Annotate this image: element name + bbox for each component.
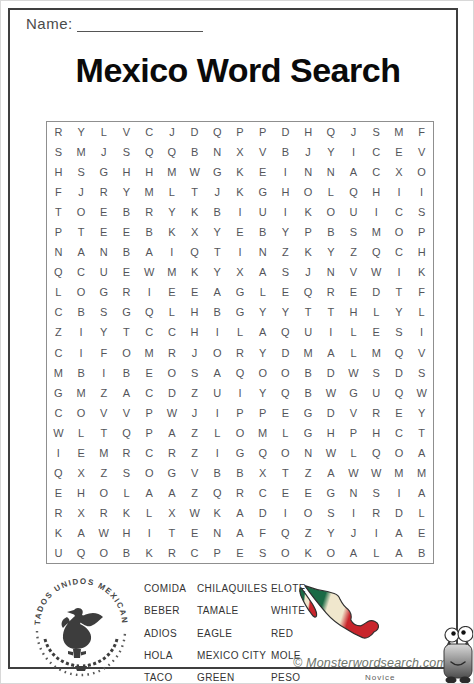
grid-cell[interactable]: V	[342, 262, 365, 282]
grid-cell[interactable]: M	[138, 342, 161, 362]
grid-cell[interactable]: V	[115, 122, 138, 142]
grid-cell[interactable]: R	[229, 483, 252, 503]
grid-cell[interactable]: T	[115, 322, 138, 342]
grid-cell[interactable]: M	[388, 463, 411, 483]
grid-cell[interactable]: G	[251, 182, 274, 202]
grid-cell[interactable]: M	[161, 262, 184, 282]
grid-cell[interactable]: B	[115, 242, 138, 262]
grid-cell[interactable]: S	[115, 463, 138, 483]
grid-cell[interactable]: F	[410, 122, 433, 142]
grid-cell[interactable]: A	[388, 543, 411, 563]
grid-cell[interactable]: I	[365, 202, 388, 222]
grid-cell[interactable]: S	[47, 142, 70, 162]
grid-cell[interactable]: Q	[47, 463, 70, 483]
grid-cell[interactable]: E	[115, 222, 138, 242]
grid-cell[interactable]: E	[229, 222, 252, 242]
grid-cell[interactable]: E	[388, 142, 411, 162]
grid-cell[interactable]: X	[251, 463, 274, 483]
grid-cell[interactable]: O	[388, 222, 411, 242]
grid-cell[interactable]: S	[410, 202, 433, 222]
grid-cell[interactable]: I	[274, 162, 297, 182]
grid-cell[interactable]: B	[115, 543, 138, 563]
grid-cell[interactable]: G	[229, 302, 252, 322]
grid-cell[interactable]: Y	[251, 383, 274, 403]
grid-cell[interactable]: Y	[70, 122, 93, 142]
grid-cell[interactable]: P	[229, 122, 252, 142]
grid-cell[interactable]: B	[206, 463, 229, 483]
grid-cell[interactable]: I	[410, 182, 433, 202]
grid-cell[interactable]: S	[388, 322, 411, 342]
grid-cell[interactable]: I	[229, 202, 252, 222]
grid-cell[interactable]: I	[138, 282, 161, 302]
grid-cell[interactable]: H	[47, 162, 70, 182]
grid-cell[interactable]: K	[297, 543, 320, 563]
grid-cell[interactable]: W	[342, 363, 365, 383]
grid-cell[interactable]: U	[206, 383, 229, 403]
grid-cell[interactable]: Y	[161, 202, 184, 222]
grid-cell[interactable]: Q	[115, 423, 138, 443]
grid-cell[interactable]: C	[138, 322, 161, 342]
grid-cell[interactable]: S	[319, 503, 342, 523]
grid-cell[interactable]: M	[70, 142, 93, 162]
grid-cell[interactable]: P	[251, 403, 274, 423]
grid-cell[interactable]: C	[47, 302, 70, 322]
grid-cell[interactable]: I	[229, 242, 252, 262]
grid-cell[interactable]: A	[70, 242, 93, 262]
grid-cell[interactable]: A	[206, 363, 229, 383]
grid-cell[interactable]: I	[274, 202, 297, 222]
grid-cell[interactable]: G	[92, 162, 115, 182]
grid-cell[interactable]: U	[297, 322, 320, 342]
grid-cell[interactable]: S	[365, 483, 388, 503]
grid-cell[interactable]: N	[297, 443, 320, 463]
grid-cell[interactable]: H	[342, 302, 365, 322]
grid-cell[interactable]: I	[206, 403, 229, 423]
grid-cell[interactable]: A	[342, 543, 365, 563]
grid-cell[interactable]: Q	[297, 282, 320, 302]
grid-cell[interactable]: E	[251, 162, 274, 182]
grid-cell[interactable]: Z	[297, 463, 320, 483]
grid-cell[interactable]: O	[115, 342, 138, 362]
grid-cell[interactable]: D	[161, 383, 184, 403]
grid-cell[interactable]: T	[92, 423, 115, 443]
grid-cell[interactable]: K	[47, 523, 70, 543]
grid-cell[interactable]: D	[274, 342, 297, 362]
grid-cell[interactable]: X	[229, 262, 252, 282]
grid-cell[interactable]: B	[229, 463, 252, 483]
grid-cell[interactable]: Y	[388, 302, 411, 322]
grid-cell[interactable]: C	[251, 483, 274, 503]
grid-cell[interactable]: O	[206, 342, 229, 362]
grid-cell[interactable]: N	[206, 523, 229, 543]
grid-cell[interactable]: U	[365, 383, 388, 403]
grid-cell[interactable]: V	[342, 403, 365, 423]
grid-cell[interactable]: R	[365, 503, 388, 523]
grid-cell[interactable]: L	[206, 423, 229, 443]
grid-cell[interactable]: Q	[229, 363, 252, 383]
grid-cell[interactable]: H	[115, 162, 138, 182]
grid-cell[interactable]: K	[183, 202, 206, 222]
grid-cell[interactable]: S	[365, 122, 388, 142]
grid-cell[interactable]: A	[410, 483, 433, 503]
grid-cell[interactable]: Q	[365, 242, 388, 262]
grid-cell[interactable]: G	[229, 443, 252, 463]
grid-cell[interactable]: B	[319, 222, 342, 242]
grid-cell[interactable]: J	[297, 142, 320, 162]
grid-cell[interactable]: L	[47, 282, 70, 302]
grid-cell[interactable]: X	[388, 162, 411, 182]
grid-cell[interactable]: H	[183, 322, 206, 342]
grid-cell[interactable]: I	[365, 523, 388, 543]
grid-cell[interactable]: Q	[183, 242, 206, 262]
grid-cell[interactable]: E	[138, 363, 161, 383]
grid-cell[interactable]: Q	[70, 543, 93, 563]
grid-cell[interactable]: P	[206, 543, 229, 563]
grid-cell[interactable]: B	[115, 363, 138, 383]
grid-cell[interactable]: K	[410, 262, 433, 282]
grid-cell[interactable]: I	[229, 383, 252, 403]
grid-cell[interactable]: O	[297, 503, 320, 523]
grid-cell[interactable]: G	[297, 423, 320, 443]
grid-cell[interactable]: C	[138, 122, 161, 142]
grid-cell[interactable]: R	[47, 503, 70, 523]
grid-cell[interactable]: Z	[183, 443, 206, 463]
grid-cell[interactable]: M	[92, 443, 115, 463]
grid-cell[interactable]: B	[138, 222, 161, 242]
grid-cell[interactable]: L	[115, 483, 138, 503]
grid-cell[interactable]: M	[251, 423, 274, 443]
grid-cell[interactable]: A	[229, 523, 252, 543]
grid-cell[interactable]: O	[70, 202, 93, 222]
grid-cell[interactable]: O	[274, 543, 297, 563]
grid-cell[interactable]: G	[342, 383, 365, 403]
grid-cell[interactable]: M	[410, 463, 433, 483]
grid-cell[interactable]: Y	[251, 302, 274, 322]
grid-cell[interactable]: P	[410, 222, 433, 242]
grid-cell[interactable]: Q	[319, 122, 342, 142]
grid-cell[interactable]: S	[115, 142, 138, 162]
grid-cell[interactable]: E	[92, 222, 115, 242]
name-input-line[interactable]	[77, 17, 203, 32]
grid-cell[interactable]: D	[183, 122, 206, 142]
grid-cell[interactable]: A	[388, 523, 411, 543]
grid-cell[interactable]: A	[251, 322, 274, 342]
grid-cell[interactable]: Q	[274, 383, 297, 403]
grid-cell[interactable]: L	[365, 302, 388, 322]
grid-cell[interactable]: W	[319, 383, 342, 403]
grid-cell[interactable]: Y	[206, 222, 229, 242]
grid-cell[interactable]: V	[251, 142, 274, 162]
grid-cell[interactable]: O	[161, 363, 184, 383]
grid-cell[interactable]: A	[138, 242, 161, 262]
grid-cell[interactable]: V	[410, 142, 433, 162]
grid-cell[interactable]: C	[388, 423, 411, 443]
grid-cell[interactable]: Q	[365, 443, 388, 463]
grid-cell[interactable]: A	[319, 463, 342, 483]
grid-cell[interactable]: W	[319, 443, 342, 463]
grid-cell[interactable]: W	[365, 463, 388, 483]
grid-cell[interactable]: I	[342, 142, 365, 162]
grid-cell[interactable]: E	[161, 282, 184, 302]
grid-cell[interactable]: Z	[92, 463, 115, 483]
grid-cell[interactable]: Q	[274, 523, 297, 543]
grid-cell[interactable]: Y	[410, 403, 433, 423]
grid-cell[interactable]: Y	[319, 523, 342, 543]
grid-cell[interactable]: K	[206, 503, 229, 523]
grid-cell[interactable]: G	[161, 463, 184, 483]
grid-cell[interactable]: X	[229, 142, 252, 162]
grid-cell[interactable]: B	[297, 363, 320, 383]
grid-cell[interactable]: I	[388, 483, 411, 503]
grid-cell[interactable]: H	[183, 302, 206, 322]
grid-cell[interactable]: S	[342, 222, 365, 242]
grid-cell[interactable]: B	[70, 302, 93, 322]
grid-cell[interactable]: R	[115, 443, 138, 463]
grid-cell[interactable]: O	[319, 202, 342, 222]
grid-cell[interactable]: W	[47, 423, 70, 443]
grid-cell[interactable]: I	[161, 242, 184, 262]
grid-cell[interactable]: S	[410, 363, 433, 383]
grid-cell[interactable]: C	[388, 242, 411, 262]
grid-cell[interactable]: W	[161, 403, 184, 423]
grid-cell[interactable]: Q	[161, 142, 184, 162]
grid-cell[interactable]: Y	[206, 262, 229, 282]
grid-cell[interactable]: Q	[138, 302, 161, 322]
grid-cell[interactable]: H	[365, 423, 388, 443]
grid-cell[interactable]: V	[183, 463, 206, 483]
grid-cell[interactable]: R	[161, 543, 184, 563]
grid-cell[interactable]: Q	[342, 182, 365, 202]
grid-cell[interactable]: J	[342, 523, 365, 543]
grid-cell[interactable]: M	[47, 363, 70, 383]
grid-cell[interactable]: N	[297, 162, 320, 182]
grid-cell[interactable]: W	[183, 162, 206, 182]
grid-cell[interactable]: Z	[183, 423, 206, 443]
grid-cell[interactable]: H	[115, 523, 138, 543]
grid-cell[interactable]: O	[92, 483, 115, 503]
grid-cell[interactable]: I	[388, 182, 411, 202]
grid-cell[interactable]: Q	[206, 483, 229, 503]
grid-cell[interactable]: E	[365, 322, 388, 342]
grid-cell[interactable]: D	[365, 282, 388, 302]
grid-cell[interactable]: D	[319, 363, 342, 383]
grid-cell[interactable]: E	[70, 443, 93, 463]
grid-cell[interactable]: T	[161, 523, 184, 543]
grid-cell[interactable]: N	[206, 142, 229, 162]
grid-cell[interactable]: J	[183, 342, 206, 362]
grid-cell[interactable]: I	[70, 322, 93, 342]
grid-cell[interactable]: M	[297, 342, 320, 362]
grid-cell[interactable]: S	[70, 162, 93, 182]
grid-cell[interactable]: E	[297, 483, 320, 503]
grid-cell[interactable]: C	[183, 543, 206, 563]
grid-cell[interactable]: E	[274, 483, 297, 503]
grid-cell[interactable]: Z	[183, 383, 206, 403]
grid-cell[interactable]: O	[229, 423, 252, 443]
grid-cell[interactable]: G	[206, 162, 229, 182]
grid-cell[interactable]: O	[92, 543, 115, 563]
grid-cell[interactable]: P	[297, 222, 320, 242]
grid-cell[interactable]: N	[319, 262, 342, 282]
grid-cell[interactable]: L	[319, 182, 342, 202]
grid-cell[interactable]: U	[251, 202, 274, 222]
grid-cell[interactable]: B	[206, 302, 229, 322]
grid-cell[interactable]: L	[229, 322, 252, 342]
grid-cell[interactable]: L	[161, 182, 184, 202]
grid-cell[interactable]: N	[251, 242, 274, 262]
grid-cell[interactable]: X	[70, 503, 93, 523]
grid-cell[interactable]: T	[274, 463, 297, 483]
grid-cell[interactable]: C	[138, 443, 161, 463]
grid-cell[interactable]: M	[365, 222, 388, 242]
grid-cell[interactable]: S	[183, 363, 206, 383]
grid-cell[interactable]: B	[70, 363, 93, 383]
grid-cell[interactable]: A	[251, 262, 274, 282]
grid-cell[interactable]: T	[70, 222, 93, 242]
grid-cell[interactable]: R	[319, 282, 342, 302]
grid-cell[interactable]: S	[251, 543, 274, 563]
grid-cell[interactable]: Q	[388, 383, 411, 403]
grid-cell[interactable]: L	[342, 342, 365, 362]
grid-cell[interactable]: L	[365, 543, 388, 563]
grid-cell[interactable]: P	[138, 423, 161, 443]
grid-cell[interactable]: N	[47, 242, 70, 262]
grid-cell[interactable]: O	[274, 443, 297, 463]
grid-cell[interactable]: G	[297, 403, 320, 423]
grid-cell[interactable]: I	[138, 523, 161, 543]
grid-cell[interactable]: O	[138, 463, 161, 483]
grid-cell[interactable]: Y	[274, 302, 297, 322]
grid-cell[interactable]: C	[47, 403, 70, 423]
grid-cell[interactable]: E	[274, 403, 297, 423]
grid-cell[interactable]: L	[410, 302, 433, 322]
grid-cell[interactable]: Z	[183, 483, 206, 503]
grid-cell[interactable]: I	[206, 443, 229, 463]
grid-cell[interactable]: W	[183, 503, 206, 523]
grid-cell[interactable]: T	[388, 282, 411, 302]
grid-cell[interactable]: U	[47, 543, 70, 563]
grid-cell[interactable]: Q	[274, 322, 297, 342]
grid-cell[interactable]: B	[410, 543, 433, 563]
grid-cell[interactable]: C	[138, 383, 161, 403]
grid-cell[interactable]: B	[115, 202, 138, 222]
grid-cell[interactable]: R	[115, 282, 138, 302]
grid-cell[interactable]: E	[229, 543, 252, 563]
grid-cell[interactable]: R	[92, 503, 115, 523]
grid-cell[interactable]: W	[138, 262, 161, 282]
grid-cell[interactable]: J	[206, 182, 229, 202]
grid-cell[interactable]: L	[161, 302, 184, 322]
grid-cell[interactable]: A	[206, 282, 229, 302]
grid-cell[interactable]: L	[251, 282, 274, 302]
grid-cell[interactable]: X	[70, 463, 93, 483]
grid-cell[interactable]: H	[297, 122, 320, 142]
grid-cell[interactable]: O	[251, 363, 274, 383]
grid-cell[interactable]: K	[297, 242, 320, 262]
grid-cell[interactable]: I	[410, 322, 433, 342]
grid-cell[interactable]: A	[138, 483, 161, 503]
grid-cell[interactable]: J	[92, 142, 115, 162]
grid-cell[interactable]: P	[229, 403, 252, 423]
grid-cell[interactable]: K	[138, 543, 161, 563]
grid-cell[interactable]: L	[410, 503, 433, 523]
grid-cell[interactable]: Y	[251, 342, 274, 362]
grid-cell[interactable]: Q	[388, 342, 411, 362]
grid-cell[interactable]: K	[161, 222, 184, 242]
grid-cell[interactable]: L	[92, 122, 115, 142]
grid-cell[interactable]: N	[342, 483, 365, 503]
grid-cell[interactable]: J	[183, 403, 206, 423]
grid-cell[interactable]: V	[92, 403, 115, 423]
grid-cell[interactable]: T	[297, 302, 320, 322]
grid-cell[interactable]: T	[410, 423, 433, 443]
grid-cell[interactable]: H	[138, 162, 161, 182]
grid-cell[interactable]: Y	[115, 182, 138, 202]
grid-cell[interactable]: A	[115, 383, 138, 403]
grid-cell[interactable]: T	[319, 302, 342, 322]
grid-cell[interactable]: R	[161, 342, 184, 362]
grid-cell[interactable]: T	[206, 242, 229, 262]
grid-cell[interactable]: Q	[251, 443, 274, 463]
grid-cell[interactable]: G	[92, 282, 115, 302]
grid-cell[interactable]: I	[342, 503, 365, 523]
grid-cell[interactable]: H	[410, 242, 433, 262]
grid-cell[interactable]: K	[297, 202, 320, 222]
grid-cell[interactable]: A	[161, 423, 184, 443]
grid-cell[interactable]: J	[161, 122, 184, 142]
grid-cell[interactable]: B	[183, 142, 206, 162]
grid-cell[interactable]: I	[388, 262, 411, 282]
grid-cell[interactable]: A	[410, 443, 433, 463]
grid-cell[interactable]: T	[183, 182, 206, 202]
grid-cell[interactable]: Y	[92, 322, 115, 342]
grid-cell[interactable]: C	[161, 322, 184, 342]
grid-cell[interactable]: N	[92, 242, 115, 262]
grid-cell[interactable]: W	[92, 523, 115, 543]
grid-cell[interactable]: J	[70, 182, 93, 202]
grid-cell[interactable]: M	[161, 162, 184, 182]
grid-cell[interactable]: M	[365, 342, 388, 362]
grid-cell[interactable]: Q	[138, 142, 161, 162]
grid-cell[interactable]: W	[410, 383, 433, 403]
grid-cell[interactable]: P	[251, 122, 274, 142]
grid-cell[interactable]: V	[410, 342, 433, 362]
grid-cell[interactable]: X	[183, 222, 206, 242]
grid-cell[interactable]: B	[251, 222, 274, 242]
grid-cell[interactable]: R	[138, 202, 161, 222]
grid-cell[interactable]: C	[70, 262, 93, 282]
grid-cell[interactable]: G	[319, 483, 342, 503]
grid-cell[interactable]: H	[319, 423, 342, 443]
grid-cell[interactable]: E	[92, 202, 115, 222]
grid-cell[interactable]: O	[319, 543, 342, 563]
grid-cell[interactable]: I	[47, 443, 70, 463]
grid-cell[interactable]: Z	[274, 242, 297, 262]
grid-cell[interactable]: M	[138, 182, 161, 202]
grid-cell[interactable]: I	[70, 342, 93, 362]
grid-cell[interactable]: R	[229, 342, 252, 362]
grid-cell[interactable]: R	[92, 182, 115, 202]
grid-cell[interactable]: J	[297, 262, 320, 282]
grid-cell[interactable]: O	[410, 162, 433, 182]
grid-cell[interactable]: L	[342, 443, 365, 463]
grid-cell[interactable]: J	[342, 122, 365, 142]
grid-cell[interactable]: R	[161, 443, 184, 463]
grid-cell[interactable]: R	[47, 122, 70, 142]
grid-cell[interactable]: V	[115, 403, 138, 423]
grid-cell[interactable]: B	[297, 383, 320, 403]
grid-cell[interactable]: C	[365, 162, 388, 182]
